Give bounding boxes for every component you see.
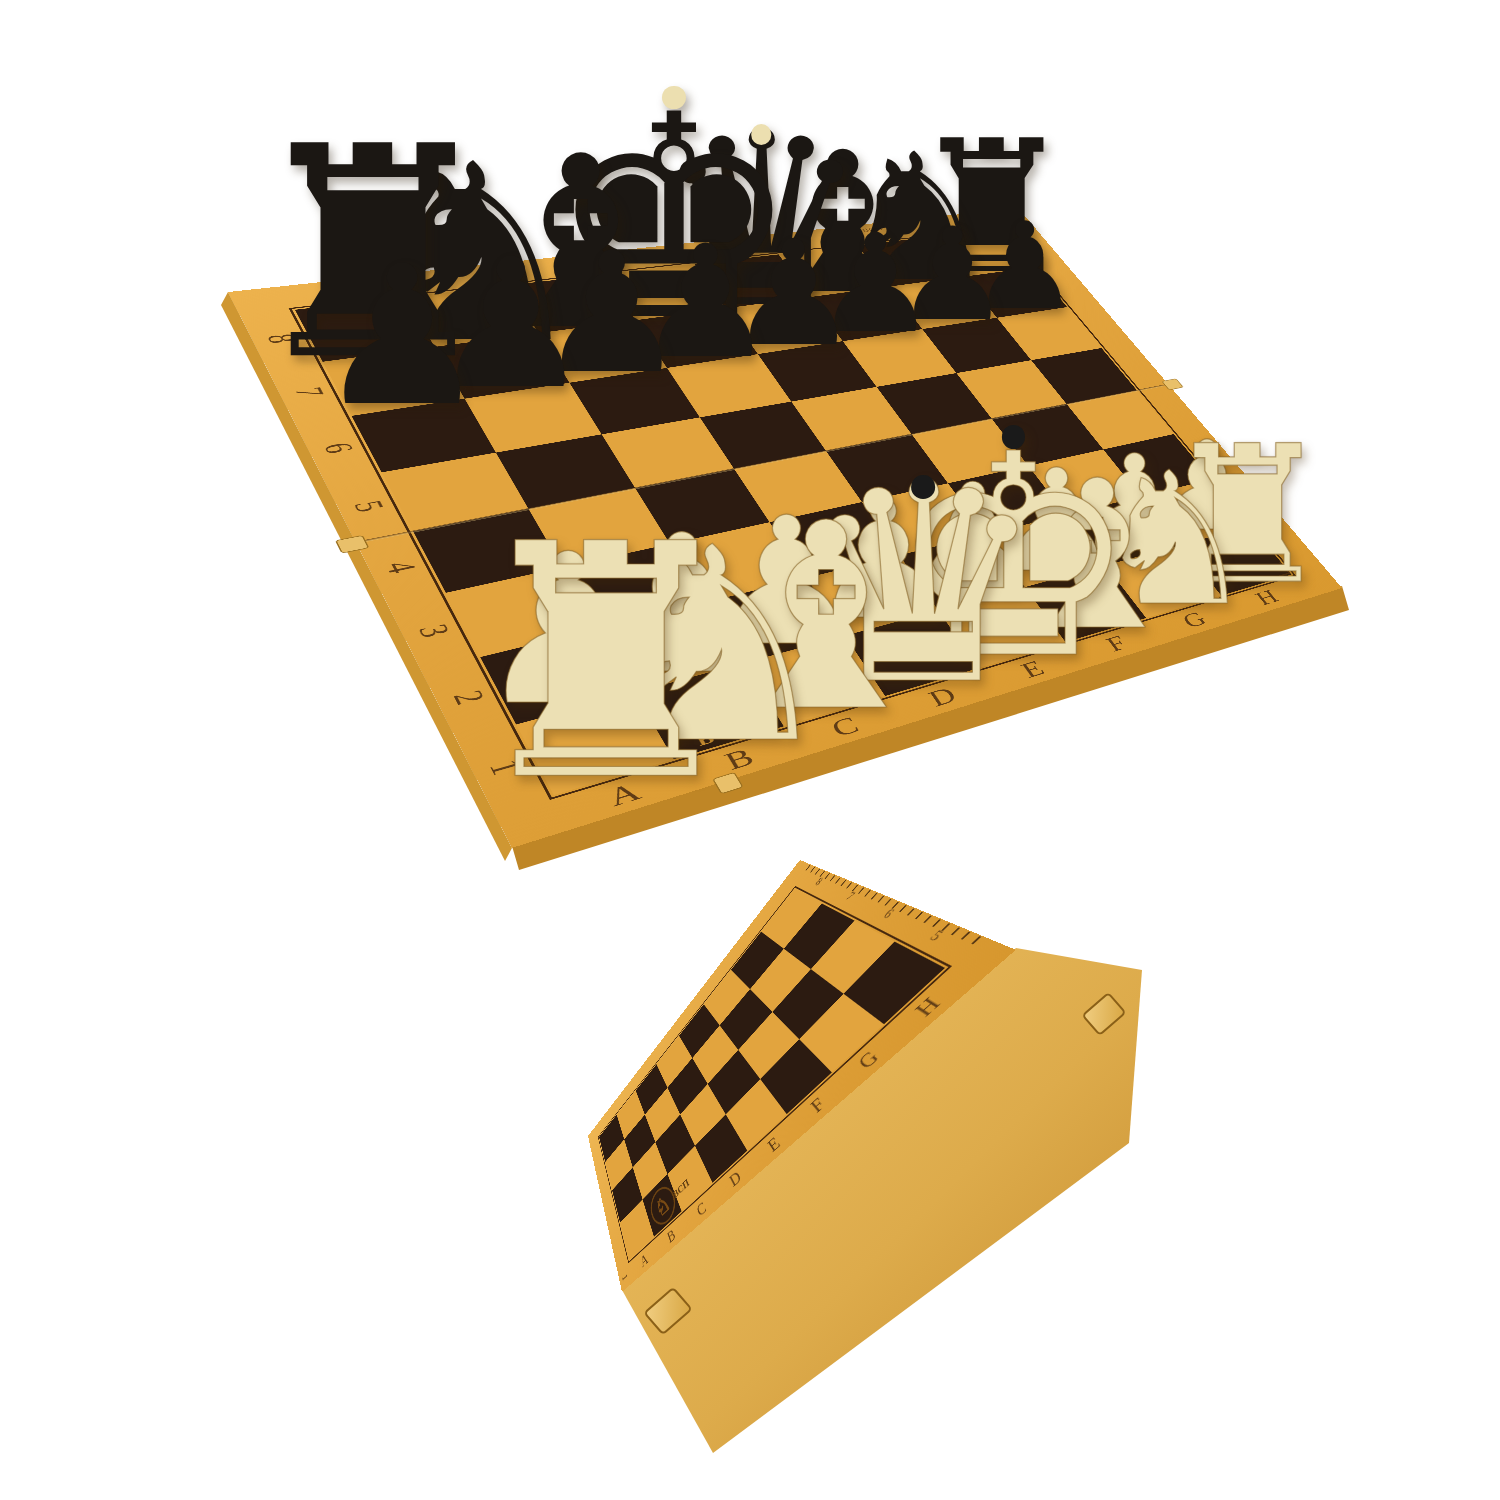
box-file-label-c: C xyxy=(694,1197,709,1220)
file-label-g: G xyxy=(1177,607,1212,633)
box-corner-number: 1 xyxy=(620,1271,629,1284)
rank-label-1: 1 xyxy=(479,755,530,780)
rank-label-5: 5 xyxy=(345,498,393,516)
rank-label-7: 7 xyxy=(286,385,333,400)
box-file-label-d: D xyxy=(726,1166,744,1191)
rank-label-6: 6 xyxy=(315,440,363,456)
box-file-label-a: A xyxy=(639,1249,650,1271)
box-file-label-e: E xyxy=(764,1132,784,1156)
file-label-h: H xyxy=(1250,585,1283,610)
rank-label-3: 3 xyxy=(409,621,459,642)
rank-label-4: 4 xyxy=(376,558,425,577)
file-label-d: D xyxy=(923,682,962,712)
rank-label-8: 8 xyxy=(258,332,304,346)
file-label-b: B xyxy=(719,742,760,775)
knight-logo-icon: ♞ xyxy=(653,1189,673,1223)
file-label-f: F xyxy=(1101,630,1133,656)
file-label-c: C xyxy=(826,711,865,742)
far-border-mark: ВСП xyxy=(860,226,884,233)
product-photo: ABCDEFGH12345678ВСПВСП ABCDEFGH18765♞ВСП… xyxy=(0,0,1500,1500)
file-label-e: E xyxy=(1016,655,1050,683)
file-label-a: A xyxy=(602,776,647,812)
box-file-label-b: B xyxy=(665,1224,677,1246)
box-file-label-f: F xyxy=(806,1093,829,1117)
rank-label-2: 2 xyxy=(443,687,494,710)
